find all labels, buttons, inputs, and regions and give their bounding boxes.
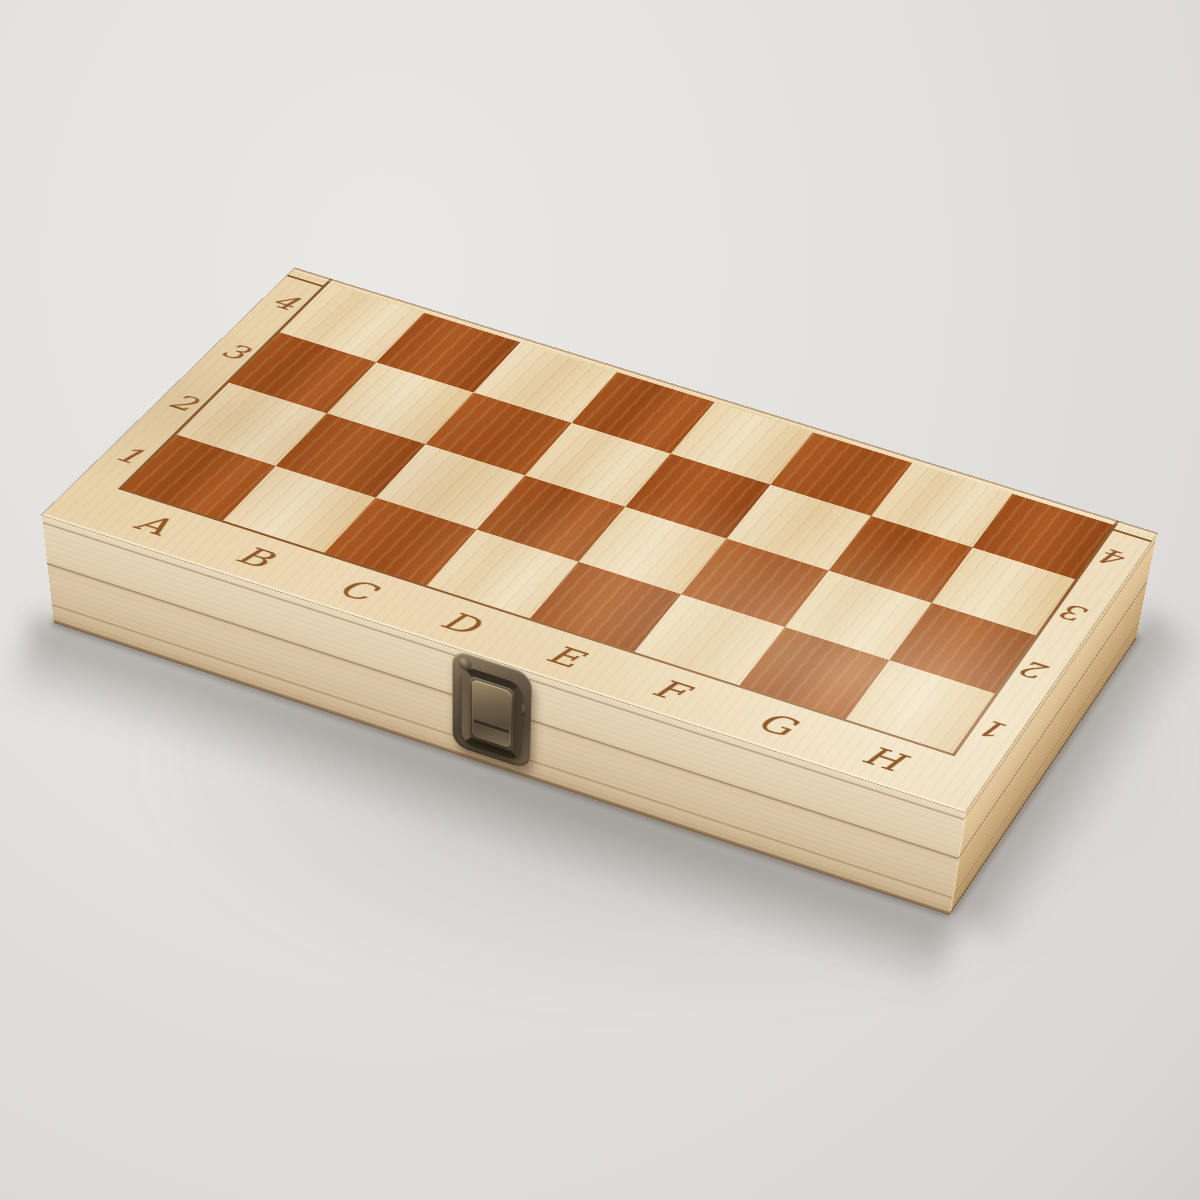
latch-tongue	[472, 679, 512, 749]
file-label-g: G	[750, 706, 801, 742]
file-label-d: D	[434, 605, 487, 640]
product-photo-chess-box: 43214321ABCDEFGH	[0, 0, 1200, 1200]
file-label-e: E	[540, 639, 589, 673]
file-label-h: H	[856, 740, 910, 778]
file-label-c: C	[331, 573, 383, 607]
rank-label-right-1: 1	[976, 715, 1015, 746]
file-label-a: A	[128, 508, 179, 541]
file-label-f: F	[646, 673, 694, 707]
file-label-b: B	[229, 540, 280, 573]
rank-label-right-4: 4	[1097, 544, 1133, 572]
rank-label-right-2: 2	[1017, 656, 1055, 686]
rank-label-right-3: 3	[1058, 599, 1095, 628]
